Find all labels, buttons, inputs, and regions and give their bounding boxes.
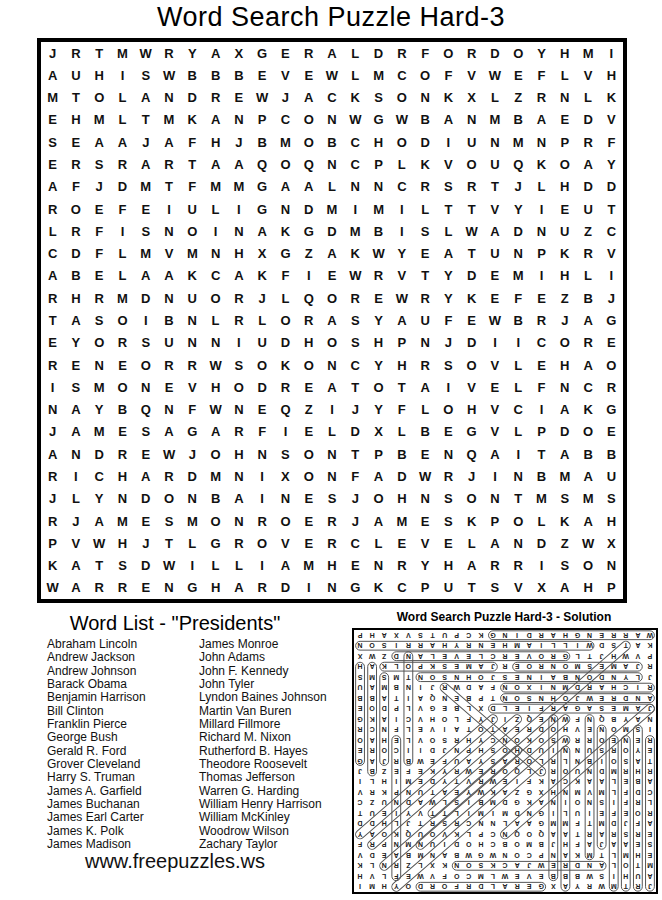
grid-cell: M bbox=[88, 376, 111, 398]
grid-cell: M bbox=[576, 488, 599, 510]
grid-cell: S bbox=[437, 510, 460, 532]
grid-cell: A bbox=[367, 510, 390, 532]
grid-cell: N bbox=[553, 87, 576, 109]
solution-word-outline bbox=[452, 861, 606, 870]
solution-word-outline bbox=[438, 681, 547, 777]
grid-cell: S bbox=[413, 220, 436, 242]
grid-cell: L bbox=[344, 42, 367, 64]
grid-cell: L bbox=[320, 176, 343, 198]
grid-cell: L bbox=[41, 220, 64, 242]
grid-cell: R bbox=[320, 510, 343, 532]
grid-cell: L bbox=[64, 488, 87, 510]
grid-cell: W bbox=[41, 577, 64, 599]
grid-cell: A bbox=[297, 176, 320, 198]
grid-cell: R bbox=[390, 554, 413, 576]
grid-cell: H bbox=[204, 131, 227, 153]
grid-cell: P bbox=[367, 153, 390, 175]
grid-cell: S bbox=[64, 376, 87, 398]
solution-word-outline bbox=[585, 715, 594, 860]
grid-cell: Z bbox=[576, 220, 599, 242]
grid-cell: R bbox=[576, 243, 599, 265]
grid-cell: L bbox=[204, 554, 227, 576]
grid-cell: S bbox=[600, 488, 623, 510]
grid-cell: C bbox=[344, 354, 367, 376]
word-item: William McKinley bbox=[199, 811, 327, 824]
grid-cell: B bbox=[111, 398, 134, 420]
grid-cell: B bbox=[413, 421, 436, 443]
grid-cell: R bbox=[227, 532, 250, 554]
word-item: Andrew Johnson bbox=[47, 665, 146, 678]
grid-cell: L bbox=[227, 554, 250, 576]
grid-cell: O bbox=[367, 488, 390, 510]
grid-cell: B bbox=[600, 443, 623, 465]
grid-cell: I bbox=[320, 398, 343, 420]
grid-cell: R bbox=[204, 87, 227, 109]
grid-cell: L bbox=[204, 309, 227, 331]
word-item: James Monroe bbox=[199, 638, 327, 651]
grid-cell: S bbox=[134, 64, 157, 86]
grid-cell: V bbox=[64, 532, 87, 554]
grid-cell: R bbox=[483, 554, 506, 576]
grid-cell: O bbox=[297, 443, 320, 465]
solution-word-outline bbox=[416, 882, 546, 891]
grid-cell: F bbox=[437, 309, 460, 331]
grid-cell: K bbox=[274, 220, 297, 242]
grid-cell: W bbox=[576, 532, 599, 554]
grid-cell: O bbox=[297, 109, 320, 131]
website-url: www.freepuzzles.ws bbox=[25, 850, 325, 873]
grid-cell: H bbox=[204, 376, 227, 398]
grid-cell: D bbox=[320, 220, 343, 242]
grid-cell: U bbox=[437, 577, 460, 599]
grid-cell: N bbox=[157, 287, 180, 309]
grid-cell: A bbox=[483, 443, 506, 465]
grid-cell: D bbox=[367, 42, 390, 64]
grid-cell: D bbox=[181, 465, 204, 487]
grid-cell: K bbox=[460, 510, 483, 532]
grid-cell: I bbox=[600, 265, 623, 287]
grid-cell: M bbox=[88, 421, 111, 443]
solution-word-outline bbox=[380, 673, 389, 766]
grid-cell: F bbox=[251, 421, 274, 443]
grid-cell: F bbox=[344, 465, 367, 487]
grid-cell: J bbox=[88, 176, 111, 198]
grid-cell: L bbox=[460, 532, 483, 554]
grid-cell: B bbox=[390, 443, 413, 465]
grid-cell: M bbox=[390, 510, 413, 532]
grid-cell: A bbox=[88, 131, 111, 153]
grid-cell: O bbox=[576, 421, 599, 443]
grid-cell: I bbox=[181, 554, 204, 576]
grid-cell: D bbox=[413, 131, 436, 153]
solution-word-outline bbox=[390, 734, 572, 892]
grid-cell: E bbox=[344, 554, 367, 576]
grid-cell: R bbox=[64, 42, 87, 64]
grid-cell: T bbox=[88, 42, 111, 64]
grid-cell: E bbox=[437, 421, 460, 443]
grid-cell: P bbox=[413, 577, 436, 599]
grid-cell: E bbox=[530, 287, 553, 309]
grid-cell: F bbox=[413, 42, 436, 64]
grid-cell: X bbox=[227, 42, 250, 64]
grid-cell: H bbox=[227, 243, 250, 265]
grid-cell: I bbox=[227, 332, 250, 354]
word-item: Rutherford B. Hayes bbox=[199, 745, 327, 758]
grid-cell: M bbox=[181, 510, 204, 532]
grid-cell: K bbox=[181, 109, 204, 131]
word-item: Benjamin Harrison bbox=[47, 691, 146, 704]
grid-cell: O bbox=[507, 510, 530, 532]
grid-cell: B bbox=[157, 309, 180, 331]
grid-cell: H bbox=[553, 354, 576, 376]
grid-cell: X bbox=[530, 577, 553, 599]
grid-cell: O bbox=[320, 332, 343, 354]
grid-cell: D bbox=[483, 42, 506, 64]
grid-cell: A bbox=[64, 309, 87, 331]
grid-cell: R bbox=[413, 354, 436, 376]
grid-cell: R bbox=[437, 465, 460, 487]
grid-cell: P bbox=[600, 577, 623, 599]
grid-cell: A bbox=[204, 109, 227, 131]
grid-cell: E bbox=[483, 265, 506, 287]
grid-cell: G bbox=[600, 309, 623, 331]
grid-cell: M bbox=[367, 64, 390, 86]
grid-cell: T bbox=[483, 176, 506, 198]
word-item: John Tyler bbox=[199, 678, 327, 691]
grid-cell: O bbox=[274, 510, 297, 532]
grid-cell: M bbox=[344, 220, 367, 242]
grid-cell: I bbox=[344, 198, 367, 220]
grid-cell: I bbox=[530, 554, 553, 576]
grid-cell: P bbox=[530, 243, 553, 265]
page-title: Word Search Puzzle Hard-3 bbox=[0, 2, 662, 33]
grid-cell: F bbox=[88, 220, 111, 242]
grid-cell: O bbox=[390, 87, 413, 109]
grid-cell: J bbox=[437, 332, 460, 354]
grid-cell: T bbox=[507, 488, 530, 510]
grid-cell: N bbox=[507, 465, 530, 487]
grid-cell: V bbox=[390, 265, 413, 287]
solution-word-outline bbox=[354, 713, 499, 841]
word-item: James A. Garfield bbox=[47, 785, 146, 798]
grid-cell: A bbox=[320, 309, 343, 331]
grid-cell: I bbox=[251, 488, 274, 510]
grid-cell: W bbox=[204, 354, 227, 376]
grid-cell: S bbox=[437, 354, 460, 376]
grid-cell: X bbox=[600, 532, 623, 554]
grid-cell: W bbox=[157, 443, 180, 465]
grid-cell: E bbox=[111, 354, 134, 376]
grid-cell: E bbox=[600, 332, 623, 354]
grid-cell: R bbox=[600, 376, 623, 398]
grid-cell: Y bbox=[367, 309, 390, 331]
grid-cell: M bbox=[88, 109, 111, 131]
grid-cell: W bbox=[483, 309, 506, 331]
grid-cell: A bbox=[576, 153, 599, 175]
grid-cell: X bbox=[251, 243, 274, 265]
grid-cell: T bbox=[460, 243, 483, 265]
grid-cell: Y bbox=[181, 42, 204, 64]
grid-cell: E bbox=[134, 443, 157, 465]
grid-cell: A bbox=[157, 131, 180, 153]
grid-cell: E bbox=[64, 131, 87, 153]
grid-cell: E bbox=[111, 421, 134, 443]
grid-cell: M bbox=[297, 554, 320, 576]
grid-cell: R bbox=[41, 198, 64, 220]
grid-cell: R bbox=[367, 265, 390, 287]
grid-cell: E bbox=[41, 153, 64, 175]
grid-cell: D bbox=[553, 421, 576, 443]
grid-cell: U bbox=[64, 64, 87, 86]
grid-cell: W bbox=[157, 554, 180, 576]
grid-cell: K bbox=[344, 243, 367, 265]
grid-cell: C bbox=[344, 131, 367, 153]
grid-cell: N bbox=[437, 443, 460, 465]
grid-cell: W bbox=[157, 64, 180, 86]
solution-word-outline bbox=[426, 640, 632, 820]
grid-cell: A bbox=[483, 532, 506, 554]
grid-cell: S bbox=[227, 354, 250, 376]
grid-cell: J bbox=[553, 309, 576, 331]
grid-cell: Y bbox=[507, 198, 530, 220]
grid-cell: H bbox=[227, 443, 250, 465]
grid-cell: N bbox=[157, 220, 180, 242]
word-search-grid: JRTMWRYAXGERALDRFORDOYHMIAUHISWBBBEVEWLM… bbox=[37, 38, 627, 603]
grid-cell: B bbox=[367, 220, 390, 242]
grid-cell: N bbox=[600, 554, 623, 576]
grid-cell: N bbox=[204, 243, 227, 265]
grid-cell: E bbox=[134, 577, 157, 599]
grid-cell: A bbox=[274, 176, 297, 198]
grid-cell: G bbox=[344, 577, 367, 599]
grid-cell: A bbox=[134, 87, 157, 109]
grid-cell: I bbox=[297, 265, 320, 287]
grid-cell: F bbox=[530, 376, 553, 398]
grid-cell: R bbox=[227, 309, 250, 331]
grid-cell: R bbox=[251, 577, 274, 599]
grid-cell: S bbox=[134, 421, 157, 443]
grid-cell: J bbox=[274, 87, 297, 109]
grid-cell: V bbox=[437, 153, 460, 175]
word-item: Lyndon Baines Johnson bbox=[199, 691, 327, 704]
grid-cell: O bbox=[297, 465, 320, 487]
grid-cell: R bbox=[530, 87, 553, 109]
grid-cell: A bbox=[553, 577, 576, 599]
grid-cell: I bbox=[64, 465, 87, 487]
grid-cell: E bbox=[88, 198, 111, 220]
grid-cell: D bbox=[460, 265, 483, 287]
grid-cell: Q bbox=[297, 287, 320, 309]
grid-cell: Z bbox=[507, 87, 530, 109]
grid-cell: I bbox=[530, 198, 553, 220]
grid-cell: C bbox=[390, 64, 413, 86]
grid-cell: E bbox=[367, 287, 390, 309]
grid-cell: O bbox=[437, 398, 460, 420]
grid-cell: R bbox=[111, 577, 134, 599]
solution-word-outline bbox=[378, 744, 523, 872]
grid-cell: S bbox=[320, 488, 343, 510]
grid-cell: I bbox=[41, 376, 64, 398]
grid-cell: B bbox=[507, 109, 530, 131]
grid-cell: T bbox=[181, 153, 204, 175]
grid-cell: C bbox=[204, 265, 227, 287]
grid-cell: E bbox=[297, 64, 320, 86]
grid-cell: J bbox=[41, 42, 64, 64]
grid-cell: A bbox=[204, 153, 227, 175]
word-item: Theodore Roosevelt bbox=[199, 758, 327, 771]
grid-cell: A bbox=[204, 421, 227, 443]
grid-cell: L bbox=[111, 87, 134, 109]
grid-cell: A bbox=[390, 309, 413, 331]
grid-cell: N bbox=[134, 376, 157, 398]
grid-cell: H bbox=[367, 332, 390, 354]
grid-cell: R bbox=[111, 443, 134, 465]
grid-cell: A bbox=[576, 354, 599, 376]
grid-cell: U bbox=[483, 153, 506, 175]
grid-cell: M bbox=[111, 42, 134, 64]
grid-cell: B bbox=[576, 287, 599, 309]
grid-cell: C bbox=[344, 153, 367, 175]
grid-cell: P bbox=[41, 532, 64, 554]
grid-cell: X bbox=[460, 87, 483, 109]
grid-cell: H bbox=[390, 488, 413, 510]
grid-cell: T bbox=[134, 109, 157, 131]
grid-cell: M bbox=[134, 176, 157, 198]
grid-cell: D bbox=[460, 332, 483, 354]
grid-cell: W bbox=[344, 109, 367, 131]
grid-cell: E bbox=[274, 42, 297, 64]
word-item: Thomas Jefferson bbox=[199, 771, 327, 784]
grid-cell: A bbox=[576, 309, 599, 331]
grid-cell: E bbox=[413, 510, 436, 532]
grid-cell: Y bbox=[367, 398, 390, 420]
grid-cell: A bbox=[227, 153, 250, 175]
grid-cell: E bbox=[437, 532, 460, 554]
grid-cell: W bbox=[320, 64, 343, 86]
word-item: Woodrow Wilson bbox=[199, 825, 327, 838]
grid-cell: U bbox=[460, 131, 483, 153]
grid-cell: A bbox=[553, 398, 576, 420]
grid-cell: I bbox=[111, 64, 134, 86]
word-search-grid-cells: JRTMWRYAXGERALDRFORDOYHMIAUHISWBBBEVEWLM… bbox=[41, 42, 623, 599]
grid-cell: L bbox=[483, 87, 506, 109]
solution-word-outline bbox=[609, 736, 618, 892]
grid-cell: E bbox=[297, 421, 320, 443]
grid-cell: S bbox=[344, 309, 367, 331]
solution-word-outline bbox=[501, 683, 655, 692]
grid-cell: R bbox=[41, 287, 64, 309]
grid-cell: E bbox=[507, 64, 530, 86]
grid-cell: N bbox=[413, 332, 436, 354]
grid-cell: G bbox=[600, 398, 623, 420]
grid-cell: F bbox=[530, 64, 553, 86]
grid-cell: J bbox=[344, 510, 367, 532]
grid-cell: L bbox=[111, 109, 134, 131]
grid-cell: K bbox=[344, 87, 367, 109]
grid-cell: N bbox=[413, 488, 436, 510]
grid-cell: N bbox=[157, 577, 180, 599]
grid-cell: U bbox=[251, 332, 274, 354]
word-item: Barack Obama bbox=[47, 678, 146, 691]
grid-cell: O bbox=[134, 354, 157, 376]
solution-word-outline bbox=[356, 641, 594, 650]
grid-cell: V bbox=[460, 376, 483, 398]
grid-cell: W bbox=[367, 243, 390, 265]
grid-cell: C bbox=[274, 109, 297, 131]
grid-cell: G bbox=[251, 42, 274, 64]
grid-cell: E bbox=[553, 109, 576, 131]
grid-cell: U bbox=[483, 243, 506, 265]
grid-cell: A bbox=[483, 220, 506, 242]
grid-cell: B bbox=[320, 131, 343, 153]
grid-cell: R bbox=[297, 309, 320, 331]
grid-cell: E bbox=[64, 354, 87, 376]
word-list-column-right: James MonroeJohn AdamsJohn F. KennedyJoh… bbox=[199, 638, 327, 852]
grid-cell: O bbox=[251, 354, 274, 376]
grid-cell: A bbox=[88, 510, 111, 532]
grid-cell: A bbox=[437, 243, 460, 265]
grid-cell: N bbox=[157, 87, 180, 109]
grid-cell: V bbox=[600, 243, 623, 265]
grid-cell: E bbox=[413, 443, 436, 465]
grid-cell: A bbox=[437, 109, 460, 131]
word-item: Franklin Pierce bbox=[47, 718, 146, 731]
grid-cell: R bbox=[460, 42, 483, 64]
grid-cell: S bbox=[134, 220, 157, 242]
grid-cell: Q bbox=[297, 153, 320, 175]
grid-cell: E bbox=[530, 354, 553, 376]
grid-cell: L bbox=[507, 354, 530, 376]
grid-cell: D bbox=[600, 176, 623, 198]
grid-cell: W bbox=[134, 42, 157, 64]
grid-cell: F bbox=[181, 131, 204, 153]
grid-cell: B bbox=[64, 265, 87, 287]
grid-cell: W bbox=[390, 287, 413, 309]
grid-cell: T bbox=[437, 198, 460, 220]
grid-cell: U bbox=[181, 198, 204, 220]
grid-cell: Y bbox=[88, 398, 111, 420]
grid-cell: I bbox=[600, 42, 623, 64]
grid-cell: H bbox=[553, 265, 576, 287]
grid-cell: O bbox=[204, 287, 227, 309]
grid-cell: C bbox=[576, 376, 599, 398]
grid-cell: C bbox=[390, 176, 413, 198]
grid-cell: L bbox=[181, 532, 204, 554]
grid-cell: F bbox=[64, 176, 87, 198]
word-item: Grover Cleveland bbox=[47, 758, 146, 771]
grid-cell: I bbox=[251, 554, 274, 576]
grid-cell: A bbox=[320, 42, 343, 64]
grid-cell: O bbox=[274, 309, 297, 331]
grid-cell: K bbox=[530, 153, 553, 175]
grid-cell: U bbox=[181, 287, 204, 309]
grid-cell: N bbox=[507, 243, 530, 265]
grid-cell: S bbox=[157, 510, 180, 532]
solution-overlay bbox=[354, 630, 656, 892]
grid-cell: S bbox=[553, 488, 576, 510]
grid-cell: S bbox=[437, 176, 460, 198]
grid-cell: R bbox=[576, 131, 599, 153]
grid-cell: M bbox=[111, 510, 134, 532]
grid-cell: Y bbox=[413, 554, 436, 576]
grid-cell: R bbox=[413, 176, 436, 198]
grid-cell: J bbox=[41, 421, 64, 443]
grid-cell: A bbox=[297, 87, 320, 109]
grid-cell: L bbox=[390, 421, 413, 443]
grid-cell: W bbox=[88, 532, 111, 554]
grid-cell: I bbox=[507, 443, 530, 465]
solution-word-outline bbox=[621, 736, 630, 892]
